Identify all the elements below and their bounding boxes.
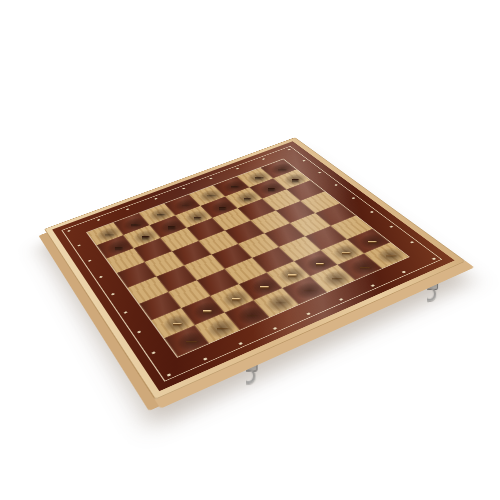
chess-board: ♜♞♝♛♚♝♞♜♟♟♟♟♟♟♟♟♟♟♟♟♟♟♟♟♜♞♝♛♚♝♞♜	[44, 137, 466, 400]
clasp-loop	[423, 287, 436, 301]
product-photo-scene: ♜♞♝♛♚♝♞♜♟♟♟♟♟♟♟♟♟♟♟♟♟♟♟♟♜♞♝♛♚♝♞♜	[0, 0, 500, 500]
clasp-loop	[241, 368, 255, 383]
